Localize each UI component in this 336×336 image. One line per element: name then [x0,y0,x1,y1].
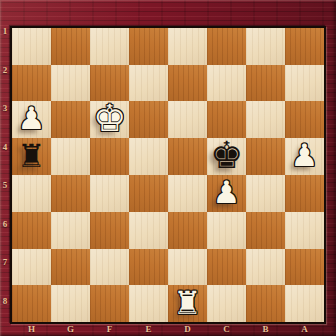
square-f5[interactable] [90,175,129,212]
square-e7[interactable] [129,249,168,286]
square-a6[interactable] [285,212,324,249]
square-g2[interactable] [51,65,90,102]
square-e1[interactable] [129,28,168,65]
square-d8[interactable]: ♜ [168,285,207,322]
rank-label-2: 2 [0,65,10,76]
square-b6[interactable] [246,212,285,249]
file-label-f: F [99,324,120,335]
square-h7[interactable] [12,249,51,286]
white-pawn-piece-c5[interactable]: ♟ [213,177,241,208]
file-label-g: G [60,324,81,335]
square-a3[interactable] [285,101,324,138]
square-b3[interactable] [246,101,285,138]
file-label-c: C [216,324,237,335]
square-e5[interactable] [129,175,168,212]
board-inner-frame: ♟♚♜♚♟♟♜ [10,26,326,324]
square-b8[interactable] [246,285,285,322]
square-c4[interactable]: ♚ [207,138,246,175]
square-g1[interactable] [51,28,90,65]
black-rook-piece-h4[interactable]: ♜ [17,140,46,172]
rank-label-6: 6 [0,219,10,230]
square-e2[interactable] [129,65,168,102]
square-e3[interactable] [129,101,168,138]
square-h1[interactable] [12,28,51,65]
square-d4[interactable] [168,138,207,175]
square-c5[interactable]: ♟ [207,175,246,212]
square-g5[interactable] [51,175,90,212]
board-grid: ♟♚♜♚♟♟♜ [12,28,324,322]
square-a4[interactable]: ♟ [285,138,324,175]
square-e6[interactable] [129,212,168,249]
white-pawn-piece-a4[interactable]: ♟ [291,140,319,171]
square-b7[interactable] [246,249,285,286]
square-g3[interactable] [51,101,90,138]
square-h3[interactable]: ♟ [12,101,51,138]
square-h8[interactable] [12,285,51,322]
square-e8[interactable] [129,285,168,322]
white-rook-piece-d8[interactable]: ♜ [173,287,202,319]
file-label-e: E [138,324,159,335]
square-a8[interactable] [285,285,324,322]
rank-label-3: 3 [0,103,10,114]
square-b4[interactable] [246,138,285,175]
rank-label-1: 1 [0,26,10,37]
rank-label-7: 7 [0,257,10,268]
square-g6[interactable] [51,212,90,249]
rank-label-8: 8 [0,296,10,307]
square-g8[interactable] [51,285,90,322]
square-h5[interactable] [12,175,51,212]
file-label-d: D [177,324,198,335]
square-f8[interactable] [90,285,129,322]
square-f6[interactable] [90,212,129,249]
square-g4[interactable] [51,138,90,175]
rank-label-4: 4 [0,142,10,153]
square-c1[interactable] [207,28,246,65]
square-d7[interactable] [168,249,207,286]
square-f1[interactable] [90,28,129,65]
white-king-piece-f3[interactable]: ♚ [93,100,126,137]
file-label-b: B [255,324,276,335]
square-e4[interactable] [129,138,168,175]
square-a1[interactable] [285,28,324,65]
square-a2[interactable] [285,65,324,102]
square-c6[interactable] [207,212,246,249]
square-d3[interactable] [168,101,207,138]
square-b5[interactable] [246,175,285,212]
square-d2[interactable] [168,65,207,102]
square-c2[interactable] [207,65,246,102]
square-c8[interactable] [207,285,246,322]
square-d5[interactable] [168,175,207,212]
square-h4[interactable]: ♜ [12,138,51,175]
rank-label-5: 5 [0,180,10,191]
board-frame: ♟♚♜♚♟♟♜ 12345678 HGFEDCBA [0,0,336,336]
square-f3[interactable]: ♚ [90,101,129,138]
black-king-piece-c4[interactable]: ♚ [210,137,243,174]
square-g7[interactable] [51,249,90,286]
file-label-h: H [21,324,42,335]
square-c3[interactable] [207,101,246,138]
square-d6[interactable] [168,212,207,249]
square-f2[interactable] [90,65,129,102]
square-a5[interactable] [285,175,324,212]
square-h2[interactable] [12,65,51,102]
white-pawn-piece-h3[interactable]: ♟ [18,103,46,134]
file-label-a: A [294,324,315,335]
square-h6[interactable] [12,212,51,249]
square-b1[interactable] [246,28,285,65]
square-a7[interactable] [285,249,324,286]
square-b2[interactable] [246,65,285,102]
square-c7[interactable] [207,249,246,286]
square-f4[interactable] [90,138,129,175]
square-d1[interactable] [168,28,207,65]
square-f7[interactable] [90,249,129,286]
